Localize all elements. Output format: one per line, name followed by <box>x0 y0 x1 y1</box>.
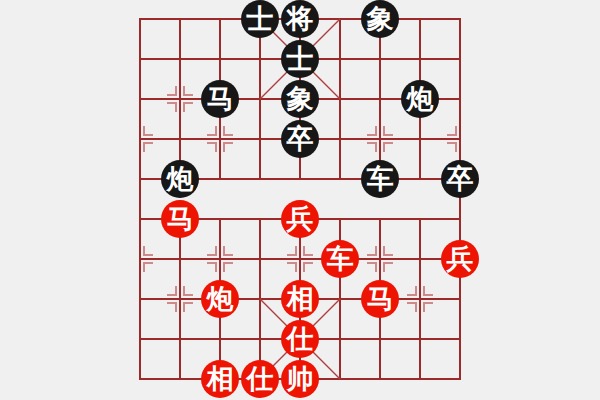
black-advisor[interactable]: 士 <box>241 0 279 38</box>
black-elephant[interactable]: 象 <box>361 0 399 38</box>
red-elephant[interactable]: 相 <box>201 360 239 398</box>
point-marker <box>447 126 456 135</box>
point-marker <box>367 126 376 135</box>
red-advisor[interactable]: 仕 <box>281 320 319 358</box>
red-cannon[interactable]: 炮 <box>201 280 239 318</box>
point-marker <box>224 126 233 135</box>
point-marker <box>407 303 416 312</box>
black-advisor[interactable]: 士 <box>281 40 319 78</box>
point-marker <box>384 263 393 272</box>
black-general[interactable]: 将 <box>281 0 319 38</box>
point-marker <box>304 263 313 272</box>
point-marker <box>367 143 376 152</box>
point-marker <box>384 143 393 152</box>
red-general[interactable]: 帅 <box>281 360 319 398</box>
point-marker <box>367 246 376 255</box>
xiangqi-board: 士将象士马象炮卒炮车卒马兵车兵炮相马仕相仕帅 <box>0 0 600 400</box>
black-cannon[interactable]: 炮 <box>401 80 439 118</box>
point-marker <box>167 103 176 112</box>
point-marker <box>207 246 216 255</box>
point-marker <box>287 246 296 255</box>
black-chariot[interactable]: 车 <box>361 160 399 198</box>
point-marker <box>224 263 233 272</box>
point-marker <box>167 286 176 295</box>
point-marker <box>447 143 456 152</box>
point-marker <box>184 303 193 312</box>
point-marker <box>407 286 416 295</box>
point-marker <box>144 263 153 272</box>
point-marker <box>224 246 233 255</box>
red-soldier[interactable]: 兵 <box>441 240 479 278</box>
point-marker <box>424 286 433 295</box>
point-marker <box>167 303 176 312</box>
point-marker <box>184 286 193 295</box>
red-soldier[interactable]: 兵 <box>281 200 319 238</box>
point-marker <box>207 126 216 135</box>
point-marker <box>207 263 216 272</box>
point-marker <box>304 246 313 255</box>
point-marker <box>144 246 153 255</box>
point-marker <box>144 143 153 152</box>
black-horse[interactable]: 马 <box>201 80 239 118</box>
red-horse[interactable]: 马 <box>161 200 199 238</box>
point-marker <box>184 86 193 95</box>
black-cannon[interactable]: 炮 <box>161 160 199 198</box>
point-marker <box>184 103 193 112</box>
point-marker <box>384 126 393 135</box>
red-chariot[interactable]: 车 <box>321 240 359 278</box>
point-marker <box>144 126 153 135</box>
red-advisor[interactable]: 仕 <box>241 360 279 398</box>
point-marker <box>367 263 376 272</box>
point-marker <box>424 303 433 312</box>
black-elephant[interactable]: 象 <box>281 80 319 118</box>
point-marker <box>224 143 233 152</box>
point-marker <box>167 86 176 95</box>
black-soldier[interactable]: 卒 <box>281 120 319 158</box>
red-elephant[interactable]: 相 <box>281 280 319 318</box>
point-marker <box>384 246 393 255</box>
black-soldier[interactable]: 卒 <box>441 160 479 198</box>
red-horse[interactable]: 马 <box>361 280 399 318</box>
point-marker <box>287 263 296 272</box>
point-marker <box>207 143 216 152</box>
